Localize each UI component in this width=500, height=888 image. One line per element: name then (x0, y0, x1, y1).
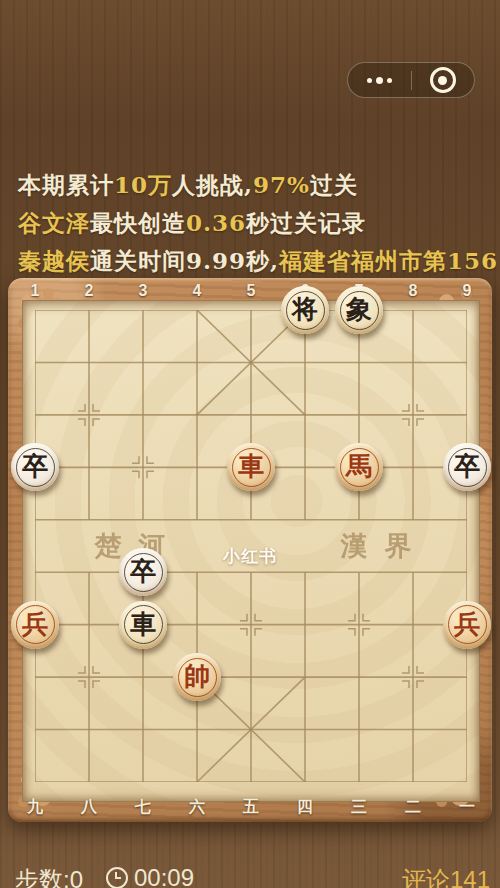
file-label: 一 (452, 797, 482, 818)
piece-glyph: 帥 (184, 663, 210, 689)
piece-black-soldier[interactable]: 卒 (119, 548, 167, 596)
file-label: 4 (182, 282, 212, 300)
more-icon (367, 77, 392, 84)
file-label: 9 (452, 282, 482, 300)
file-label: 四 (290, 797, 320, 818)
piece-black-soldier[interactable]: 卒 (11, 443, 59, 491)
more-button[interactable] (348, 63, 411, 97)
stats-segment: 秦越侯 (18, 247, 90, 274)
stats-line-2: 谷文泽最快创造0.36秒过关记录 (18, 204, 498, 242)
piece-glyph: 将 (292, 296, 318, 322)
stats-segment: 福建省福州市第156 (279, 247, 498, 274)
piece-black-soldier[interactable]: 卒 (443, 443, 491, 491)
stats-segment: 本期累计 (18, 171, 114, 198)
piece-glyph: 車 (130, 611, 156, 637)
stats-segment: 最快创造 (90, 209, 186, 236)
piece-black-elephant[interactable]: 象 (335, 286, 383, 334)
move-counter: 步数:0 (15, 864, 83, 888)
piece-glyph: 卒 (22, 453, 48, 479)
file-label: 三 (344, 797, 374, 818)
piece-glyph: 卒 (454, 453, 480, 479)
timer-value: 00:09 (134, 864, 194, 888)
stats-segment: 10万 (114, 171, 172, 198)
clock-icon (106, 867, 128, 888)
file-label: 七 (128, 797, 158, 818)
miniprogram-capsule (347, 62, 475, 98)
piece-glyph: 卒 (130, 558, 156, 584)
stats-segment: 0.36 (186, 209, 246, 236)
stats-line-1: 本期累计10万人挑战,97%过关 (18, 166, 498, 204)
piece-glyph: 象 (346, 296, 372, 322)
file-label: 二 (398, 797, 428, 818)
file-label: 5 (236, 282, 266, 300)
board-frame: 123456789 九八七六五四三二一 楚河 漢界 小红书 将象卒車馬卒卒兵車兵… (8, 278, 492, 822)
piece-red-soldier[interactable]: 兵 (443, 601, 491, 649)
xiaohongshu-watermark: 小红书 (223, 545, 277, 568)
piece-red-horse[interactable]: 馬 (335, 443, 383, 491)
piece-black-general[interactable]: 将 (281, 286, 329, 334)
challenge-stats: 本期累计10万人挑战,97%过关谷文泽最快创造0.36秒过关记录秦越侯通关时间9… (18, 166, 498, 280)
stats-segment: 人挑战, (172, 171, 253, 198)
stats-line-3: 秦越侯通关时间9.99秒,福建省福州市第156 (18, 242, 498, 280)
comments-count[interactable]: 评论141 (402, 864, 490, 888)
timer: 00:09 (106, 864, 194, 888)
piece-black-chariot[interactable]: 車 (119, 601, 167, 649)
file-label: 五 (236, 797, 266, 818)
file-label: 2 (74, 282, 104, 300)
file-label: 八 (74, 797, 104, 818)
exit-button[interactable] (412, 63, 475, 97)
stats-segment: 过关 (310, 171, 358, 198)
piece-glyph: 兵 (454, 611, 480, 637)
status-bar: 步数:0 00:09 评论141 (0, 864, 500, 888)
file-label: 3 (128, 282, 158, 300)
stats-segment: 97% (253, 171, 310, 198)
river-text-right: 漢界 (324, 528, 429, 564)
piece-red-soldier[interactable]: 兵 (11, 601, 59, 649)
file-label: 六 (182, 797, 212, 818)
stats-segment: 秒过关记录 (246, 209, 366, 236)
piece-glyph: 馬 (346, 453, 372, 479)
file-label: 九 (20, 797, 50, 818)
piece-red-chariot[interactable]: 車 (227, 443, 275, 491)
piece-red-general[interactable]: 帥 (173, 653, 221, 701)
file-label: 1 (20, 282, 50, 300)
piece-glyph: 兵 (22, 611, 48, 637)
exit-circle-icon (430, 67, 456, 93)
file-label: 8 (398, 282, 428, 300)
stats-segment: 谷文泽 (18, 209, 90, 236)
piece-glyph: 車 (238, 453, 264, 479)
stats-segment: 通关时间9.99秒, (90, 247, 279, 274)
